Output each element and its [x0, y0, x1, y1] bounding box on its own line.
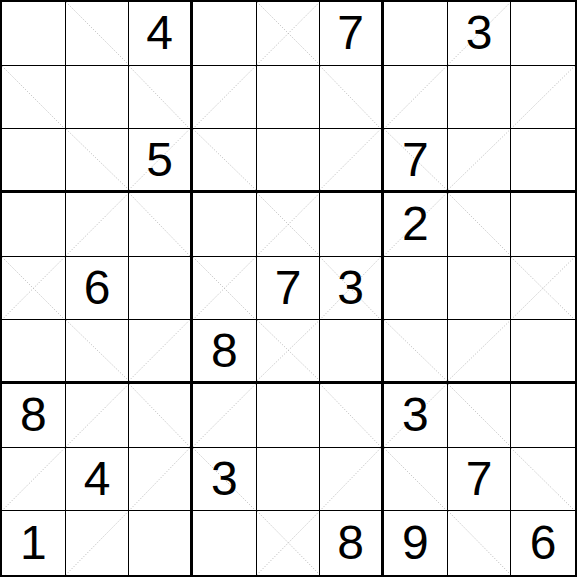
cell-r4c3[interactable]	[129, 193, 193, 257]
cell-r4c5[interactable]	[257, 193, 321, 257]
diagonal-line	[129, 193, 190, 256]
cell-r2c3[interactable]	[129, 66, 193, 130]
diagonal-line	[2, 448, 65, 511]
diagonal-mark-slash	[448, 129, 511, 190]
cell-r7c4[interactable]	[193, 384, 257, 448]
diagonal-cross-mark	[257, 193, 320, 256]
diagonal-mark-backslash	[448, 511, 511, 575]
cell-r2c1[interactable]	[2, 66, 66, 130]
cell-r8c3[interactable]	[129, 448, 193, 512]
given-digit: 8	[211, 327, 238, 375]
cell-r5c5[interactable]: 7	[257, 257, 321, 321]
cell-r8c4[interactable]: 3	[193, 448, 257, 512]
cell-r1c4[interactable]	[193, 2, 257, 66]
diagonal-line	[129, 320, 190, 381]
diagonal-cross-mark	[2, 257, 65, 320]
cell-r3c2[interactable]	[66, 129, 130, 193]
diagonal-line	[257, 320, 320, 381]
diagonal-line	[193, 257, 256, 320]
cell-r5c2[interactable]: 6	[66, 257, 130, 321]
diagonal-line	[66, 511, 129, 575]
diagonal-line	[384, 448, 447, 511]
diagonal-line	[257, 193, 320, 256]
given-digit: 6	[84, 264, 111, 312]
diagonal-line	[320, 129, 381, 190]
diagonal-mark-backslash	[320, 66, 381, 129]
cell-r7c9[interactable]	[511, 384, 575, 448]
cell-r3c7[interactable]: 7	[384, 129, 448, 193]
diagonal-line	[257, 2, 320, 65]
cell-r5c9[interactable]	[511, 257, 575, 321]
diagonal-line	[257, 511, 320, 575]
diagonal-cross-mark	[257, 2, 320, 65]
diagonal-mark-slash	[448, 320, 511, 381]
given-digit: 3	[337, 264, 364, 312]
diagonal-mark-backslash	[448, 384, 511, 447]
cell-r9c7[interactable]: 9	[384, 511, 448, 575]
diagonal-line	[129, 384, 190, 447]
diagonal-mark-slash	[320, 129, 381, 190]
cell-r7c2[interactable]	[66, 384, 130, 448]
diagonal-line	[448, 193, 511, 256]
diagonal-line	[511, 257, 575, 320]
cell-r4c9[interactable]	[511, 193, 575, 257]
cell-r5c3[interactable]	[129, 257, 193, 321]
cell-r4c4[interactable]	[193, 193, 257, 257]
diagonal-mark-backslash	[320, 384, 381, 447]
diagonal-line	[511, 257, 575, 320]
diagonal-line	[66, 320, 129, 381]
cell-r2c9[interactable]	[511, 66, 575, 130]
diagonal-line	[511, 66, 575, 129]
sudoku-board: 4735726738834371896	[0, 0, 577, 577]
given-digit: 8	[20, 391, 47, 439]
diagonal-cross-mark	[193, 257, 256, 320]
cell-r2c8[interactable]	[448, 66, 512, 130]
given-digit: 5	[146, 136, 173, 184]
diagonal-mark-backslash	[2, 66, 65, 129]
diagonal-line	[66, 384, 129, 447]
diagonal-mark-slash	[320, 448, 381, 511]
diagonal-line	[129, 66, 190, 129]
diagonal-mark-backslash	[384, 320, 447, 381]
diagonal-cross-mark	[257, 511, 320, 575]
cell-r4c1[interactable]	[2, 193, 66, 257]
cell-r7c6[interactable]	[320, 384, 384, 448]
diagonal-mark-slash	[2, 448, 65, 511]
cell-r6c3[interactable]	[129, 320, 193, 384]
cell-r1c2[interactable]	[66, 2, 130, 66]
cell-r4c7[interactable]: 2	[384, 193, 448, 257]
diagonal-line	[129, 448, 190, 511]
given-digit: 3	[402, 391, 429, 439]
cell-r5c4[interactable]	[193, 257, 257, 321]
cell-r1c5[interactable]	[257, 2, 321, 66]
cell-r3c8[interactable]	[448, 129, 512, 193]
cell-r3c4[interactable]	[193, 129, 257, 193]
diagonal-line	[193, 384, 256, 447]
cell-r3c3[interactable]: 5	[129, 129, 193, 193]
diagonal-line	[193, 66, 256, 129]
cell-r9c1[interactable]: 1	[2, 511, 66, 575]
cell-r9c9[interactable]: 6	[511, 511, 575, 575]
cell-r7c3[interactable]	[129, 384, 193, 448]
cell-r7c7[interactable]: 3	[384, 384, 448, 448]
cell-r1c7[interactable]	[384, 2, 448, 66]
diagonal-mark-backslash	[129, 384, 190, 447]
diagonal-mark-slash	[129, 320, 190, 381]
diagonal-mark-backslash	[129, 66, 190, 129]
given-digit: 7	[275, 264, 302, 312]
cell-r8c5[interactable]	[257, 448, 321, 512]
cell-r8c1[interactable]	[2, 448, 66, 512]
cell-r5c6[interactable]: 3	[320, 257, 384, 321]
cell-r6c1[interactable]	[2, 320, 66, 384]
diagonal-line	[2, 257, 65, 320]
diagonal-mark-backslash	[448, 193, 511, 256]
cell-r2c2[interactable]	[66, 66, 130, 130]
cell-r5c8[interactable]	[448, 257, 512, 321]
cell-r8c2[interactable]: 4	[66, 448, 130, 512]
given-digit: 7	[402, 136, 429, 184]
diagonal-mark-backslash	[129, 193, 190, 256]
diagonal-line	[384, 66, 447, 129]
cell-r3c9[interactable]	[511, 129, 575, 193]
diagonal-line	[384, 320, 447, 381]
diagonal-line	[2, 257, 65, 320]
diagonal-line	[2, 66, 65, 129]
diagonal-mark-backslash	[66, 129, 129, 190]
diagonal-line	[320, 66, 381, 129]
given-digit: 7	[337, 9, 364, 57]
diagonal-cross-mark	[257, 320, 320, 381]
diagonal-mark-slash	[384, 66, 447, 129]
diagonal-mark-slash	[66, 384, 129, 447]
diagonal-mark-slash	[66, 193, 129, 256]
cell-r1c6[interactable]: 7	[320, 2, 384, 66]
diagonal-line	[66, 129, 129, 190]
cell-r5c7[interactable]	[384, 257, 448, 321]
diagonal-mark-slash	[511, 66, 575, 129]
diagonal-line	[257, 320, 320, 381]
cell-r4c2[interactable]	[66, 193, 130, 257]
given-digit: 6	[530, 519, 557, 567]
cell-r2c5[interactable]	[257, 66, 321, 130]
diagonal-line	[448, 511, 511, 575]
diagonal-mark-backslash	[66, 2, 129, 65]
cell-r1c8[interactable]: 3	[448, 2, 512, 66]
diagonal-mark-backslash	[384, 448, 447, 511]
diagonal-mark-slash	[66, 511, 129, 575]
cell-r3c1[interactable]	[2, 129, 66, 193]
cell-r7c8[interactable]	[448, 384, 512, 448]
given-digit: 8	[337, 519, 364, 567]
cell-r4c6[interactable]	[320, 193, 384, 257]
cell-r7c5[interactable]	[257, 384, 321, 448]
given-digit: 4	[84, 455, 111, 503]
cell-r6c5[interactable]	[257, 320, 321, 384]
cell-r2c4[interactable]	[193, 66, 257, 130]
cell-r8c6[interactable]	[320, 448, 384, 512]
given-digit: 1	[20, 519, 47, 567]
cell-r9c2[interactable]	[66, 511, 130, 575]
cell-r1c1[interactable]	[2, 2, 66, 66]
diagonal-line	[448, 129, 511, 190]
given-digit: 9	[402, 519, 429, 567]
cell-r6c8[interactable]	[448, 320, 512, 384]
diagonal-mark-slash	[193, 384, 256, 447]
cell-r8c7[interactable]	[384, 448, 448, 512]
given-digit: 7	[466, 455, 493, 503]
cell-r6c7[interactable]	[384, 320, 448, 384]
cell-r9c8[interactable]	[448, 511, 512, 575]
diagonal-line	[257, 193, 320, 256]
cell-r1c3[interactable]: 4	[129, 2, 193, 66]
diagonal-mark-backslash	[66, 320, 129, 381]
cell-r6c9[interactable]	[511, 320, 575, 384]
cell-r9c3[interactable]	[129, 511, 193, 575]
diagonal-line	[257, 511, 320, 575]
diagonal-line	[448, 320, 511, 381]
diagonal-line	[511, 448, 575, 511]
diagonal-line	[193, 129, 256, 190]
cell-r9c4[interactable]	[193, 511, 257, 575]
given-digit: 3	[211, 455, 238, 503]
cell-r1c9[interactable]	[511, 2, 575, 66]
cell-r3c5[interactable]	[257, 129, 321, 193]
diagonal-line	[193, 257, 256, 320]
diagonal-line	[66, 2, 129, 65]
diagonal-line	[257, 2, 320, 65]
diagonal-line	[66, 193, 129, 256]
cell-r6c4[interactable]: 8	[193, 320, 257, 384]
cell-r2c7[interactable]	[384, 66, 448, 130]
cell-r9c6[interactable]: 8	[320, 511, 384, 575]
cell-r7c1[interactable]: 8	[2, 384, 66, 448]
diagonal-mark-slash	[193, 66, 256, 129]
diagonal-cross-mark	[511, 257, 575, 320]
cell-r9c5[interactable]	[257, 511, 321, 575]
cell-r4c8[interactable]	[448, 193, 512, 257]
given-digit: 3	[466, 9, 493, 57]
given-digit: 2	[402, 200, 429, 248]
cell-r5c1[interactable]	[2, 257, 66, 321]
cell-r8c8[interactable]: 7	[448, 448, 512, 512]
diagonal-mark-backslash	[193, 129, 256, 190]
cell-r6c6[interactable]	[320, 320, 384, 384]
cell-r2c6[interactable]	[320, 66, 384, 130]
given-digit: 4	[146, 9, 173, 57]
cell-r3c6[interactable]	[320, 129, 384, 193]
diagonal-line	[448, 384, 511, 447]
diagonal-mark-backslash	[511, 448, 575, 511]
diagonal-mark-slash	[129, 448, 190, 511]
diagonal-line	[320, 448, 381, 511]
cell-r8c9[interactable]	[511, 448, 575, 512]
cell-r6c2[interactable]	[66, 320, 130, 384]
diagonal-line	[320, 384, 381, 447]
